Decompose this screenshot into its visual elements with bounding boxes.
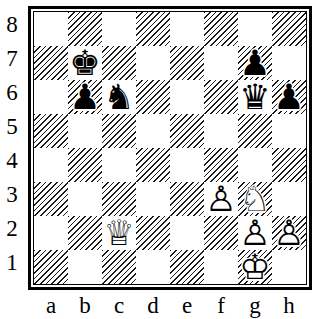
square-b5[interactable] <box>68 114 102 148</box>
rank-label-6: 6 <box>0 76 24 110</box>
square-e1[interactable] <box>170 250 204 284</box>
square-e7[interactable] <box>170 46 204 80</box>
file-label-f: f <box>204 294 238 318</box>
file-label-g: g <box>238 294 272 318</box>
rank-label-7: 7 <box>0 42 24 76</box>
square-e6[interactable] <box>170 80 204 114</box>
piece-black-pawn[interactable]: ♟♟ <box>272 80 306 114</box>
square-e4[interactable] <box>170 148 204 182</box>
chess-diagram: 87654321 ♚♚♟♟♟♟♞♞♛♛♟♟♟♙♞♘♛♕♟♙♟♙♚♔ abcdef… <box>0 0 318 319</box>
file-label-h: h <box>272 294 306 318</box>
square-g5[interactable] <box>238 114 272 148</box>
square-f6[interactable] <box>204 80 238 114</box>
black-pawn-icon: ♟ <box>69 80 100 114</box>
square-d6[interactable] <box>136 80 170 114</box>
square-b6[interactable]: ♟♟ <box>68 80 102 114</box>
rank-label-8: 8 <box>0 8 24 42</box>
white-pawn-icon: ♙ <box>205 182 236 216</box>
square-b7[interactable]: ♚♚ <box>68 46 102 80</box>
square-f4[interactable] <box>204 148 238 182</box>
rank-label-3: 3 <box>0 178 24 212</box>
piece-black-queen[interactable]: ♛♛ <box>238 80 272 114</box>
square-d5[interactable] <box>136 114 170 148</box>
piece-black-pawn[interactable]: ♟♟ <box>68 80 102 114</box>
black-knight-icon: ♞ <box>103 80 134 114</box>
square-a3[interactable] <box>34 182 68 216</box>
piece-black-king[interactable]: ♚♚ <box>68 46 102 80</box>
square-c4[interactable] <box>102 148 136 182</box>
square-a6[interactable] <box>34 80 68 114</box>
square-c7[interactable] <box>102 46 136 80</box>
square-a4[interactable] <box>34 148 68 182</box>
square-e8[interactable] <box>170 12 204 46</box>
square-f2[interactable] <box>204 216 238 250</box>
square-a8[interactable] <box>34 12 68 46</box>
rank-label-5: 5 <box>0 110 24 144</box>
square-b8[interactable] <box>68 12 102 46</box>
square-g3[interactable]: ♞♘ <box>238 182 272 216</box>
square-d7[interactable] <box>136 46 170 80</box>
square-d1[interactable] <box>136 250 170 284</box>
file-label-e: e <box>170 294 204 318</box>
square-c8[interactable] <box>102 12 136 46</box>
white-knight-icon: ♘ <box>239 182 270 216</box>
square-e2[interactable] <box>170 216 204 250</box>
file-labels: abcdefgh <box>34 294 306 318</box>
square-f8[interactable] <box>204 12 238 46</box>
white-king-icon: ♔ <box>239 250 270 284</box>
square-h2[interactable]: ♟♙ <box>272 216 306 250</box>
piece-white-queen[interactable]: ♛♕ <box>102 216 136 250</box>
piece-white-pawn[interactable]: ♟♙ <box>238 216 272 250</box>
piece-white-pawn[interactable]: ♟♙ <box>204 182 238 216</box>
piece-black-knight[interactable]: ♞♞ <box>102 80 136 114</box>
square-g7[interactable]: ♟♟ <box>238 46 272 80</box>
square-a2[interactable] <box>34 216 68 250</box>
square-h3[interactable] <box>272 182 306 216</box>
square-a5[interactable] <box>34 114 68 148</box>
square-b4[interactable] <box>68 148 102 182</box>
black-queen-icon: ♛ <box>239 80 270 114</box>
white-pawn-icon: ♙ <box>273 216 304 250</box>
board-frame: ♚♚♟♟♟♟♞♞♛♛♟♟♟♙♞♘♛♕♟♙♟♙♚♔ <box>28 6 312 290</box>
square-h8[interactable] <box>272 12 306 46</box>
rank-label-2: 2 <box>0 212 24 246</box>
square-d2[interactable] <box>136 216 170 250</box>
square-g6[interactable]: ♛♛ <box>238 80 272 114</box>
square-g4[interactable] <box>238 148 272 182</box>
chess-board: ♚♚♟♟♟♟♞♞♛♛♟♟♟♙♞♘♛♕♟♙♟♙♚♔ <box>33 11 307 285</box>
square-f1[interactable] <box>204 250 238 284</box>
piece-white-knight[interactable]: ♞♘ <box>238 182 272 216</box>
square-h7[interactable] <box>272 46 306 80</box>
square-a7[interactable] <box>34 46 68 80</box>
square-e3[interactable] <box>170 182 204 216</box>
square-b1[interactable] <box>68 250 102 284</box>
square-b2[interactable] <box>68 216 102 250</box>
board-frame-inner: ♚♚♟♟♟♟♞♞♛♛♟♟♟♙♞♘♛♕♟♙♟♙♚♔ <box>31 9 309 287</box>
square-c3[interactable] <box>102 182 136 216</box>
rank-labels: 87654321 <box>0 12 24 284</box>
square-f5[interactable] <box>204 114 238 148</box>
piece-white-pawn[interactable]: ♟♙ <box>272 216 306 250</box>
file-label-d: d <box>136 294 170 318</box>
square-h6[interactable]: ♟♟ <box>272 80 306 114</box>
square-h5[interactable] <box>272 114 306 148</box>
square-g8[interactable] <box>238 12 272 46</box>
square-g2[interactable]: ♟♙ <box>238 216 272 250</box>
rank-label-1: 1 <box>0 246 24 280</box>
white-queen-icon: ♕ <box>103 216 134 250</box>
white-pawn-icon: ♙ <box>239 216 270 250</box>
file-label-c: c <box>102 294 136 318</box>
square-f3[interactable]: ♟♙ <box>204 182 238 216</box>
rank-label-4: 4 <box>0 144 24 178</box>
square-d8[interactable] <box>136 12 170 46</box>
square-f7[interactable] <box>204 46 238 80</box>
file-label-b: b <box>68 294 102 318</box>
square-e5[interactable] <box>170 114 204 148</box>
square-g1[interactable]: ♚♔ <box>238 250 272 284</box>
piece-black-pawn[interactable]: ♟♟ <box>238 46 272 80</box>
piece-white-king[interactable]: ♚♔ <box>238 250 272 284</box>
black-pawn-icon: ♟ <box>273 80 304 114</box>
square-c2[interactable]: ♛♕ <box>102 216 136 250</box>
file-label-a: a <box>34 294 68 318</box>
square-h1[interactable] <box>272 250 306 284</box>
square-d3[interactable] <box>136 182 170 216</box>
black-king-icon: ♚ <box>69 46 100 80</box>
square-b3[interactable] <box>68 182 102 216</box>
square-d4[interactable] <box>136 148 170 182</box>
square-c1[interactable] <box>102 250 136 284</box>
square-a1[interactable] <box>34 250 68 284</box>
square-h4[interactable] <box>272 148 306 182</box>
square-c5[interactable] <box>102 114 136 148</box>
black-pawn-icon: ♟ <box>239 46 270 80</box>
square-c6[interactable]: ♞♞ <box>102 80 136 114</box>
